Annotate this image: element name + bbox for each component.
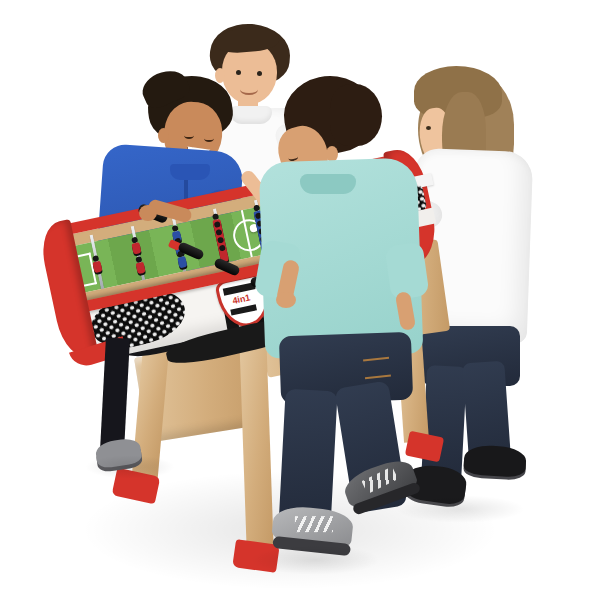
sneaker-left-laces: [295, 516, 333, 532]
shoe-shadow-2: [395, 495, 525, 523]
shoe-shadow-1: [250, 545, 380, 575]
scene: 4in1: [0, 0, 600, 600]
front-boy-pocket-stitch: [363, 357, 391, 380]
front-boy-sleeve-right: [384, 242, 429, 301]
front-boy-hair-back: [330, 84, 382, 146]
left-boy-hand: [139, 205, 157, 221]
shoe-shadow-3: [85, 455, 175, 479]
front-boy-hand-left: [276, 292, 296, 308]
front-boy-collar: [300, 174, 356, 194]
